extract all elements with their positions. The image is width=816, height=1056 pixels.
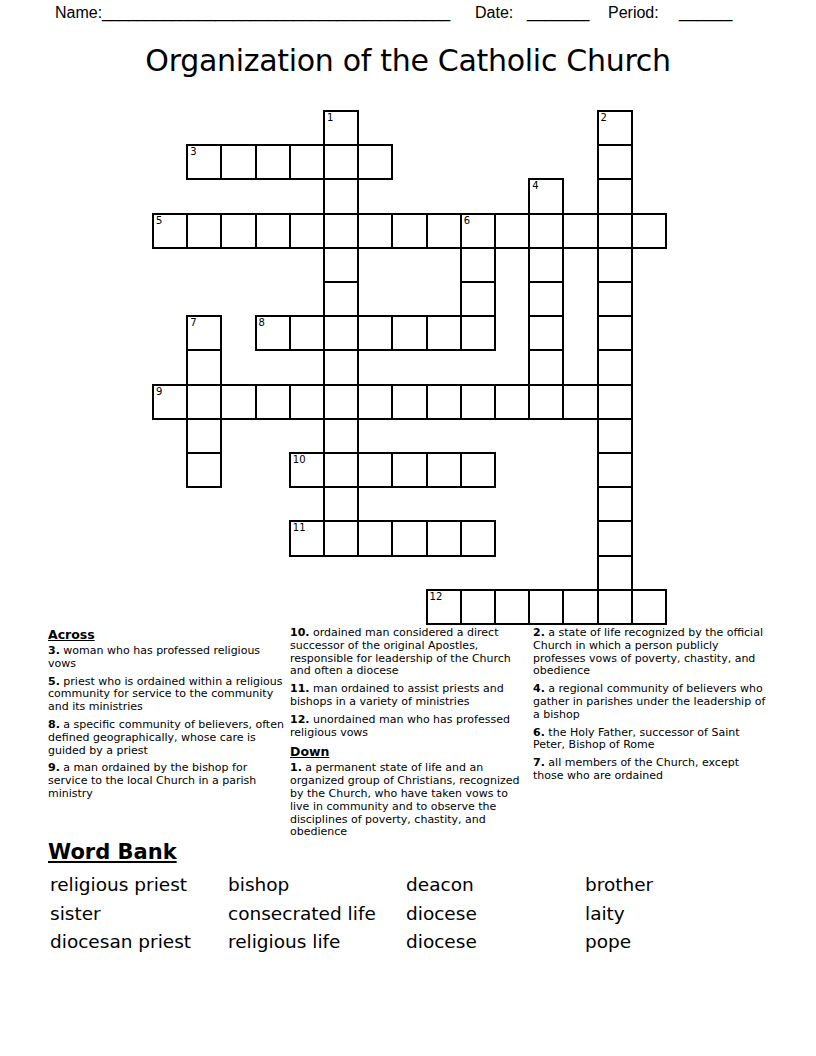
grid-cell[interactable]: [460, 384, 496, 420]
grid-cell[interactable]: [323, 520, 359, 556]
word-bank-items: religious priestbishopdeaconbrothersiste…: [48, 871, 788, 957]
grid-cell[interactable]: [597, 281, 633, 317]
period-label: Period:: [608, 3, 659, 23]
grid-cell[interactable]: 11: [289, 520, 325, 556]
grid-cell[interactable]: 4: [528, 178, 564, 214]
clue-text: a specific community of believers, often…: [48, 718, 284, 757]
clue-number-label: 4: [532, 180, 538, 191]
word-bank-item: bishop: [228, 871, 406, 900]
grid-cell[interactable]: [220, 213, 256, 249]
clue-number-label: 2: [601, 112, 607, 123]
grid-cell[interactable]: [323, 213, 359, 249]
grid-cell[interactable]: [597, 384, 633, 420]
clue-text: all members of the Church, except those …: [533, 756, 739, 782]
clue-item: 9. a man ordained by the bishop for serv…: [48, 762, 285, 800]
clue-item: 12. unordained man who has professed rel…: [290, 714, 523, 740]
word-bank-item: religious life: [228, 928, 406, 957]
grid-cell[interactable]: [391, 452, 427, 488]
grid-cell[interactable]: [528, 384, 564, 420]
clue-item: 5. priest who is ordained within a relig…: [48, 676, 285, 714]
grid-cell[interactable]: 6: [460, 213, 496, 249]
grid-cell[interactable]: [597, 486, 633, 522]
clue-number: 8.: [48, 718, 60, 731]
grid-cell[interactable]: 7: [186, 315, 222, 351]
clue-text: priest who is ordained within a religiou…: [48, 675, 282, 714]
word-bank-item: laity: [585, 900, 788, 929]
grid-cell[interactable]: [323, 452, 359, 488]
grid-cell[interactable]: [597, 247, 633, 283]
grid-cell[interactable]: [289, 315, 325, 351]
clue-item: 7. all members of the Church, except tho…: [533, 757, 772, 783]
clue-number: 5.: [48, 675, 60, 688]
grid-cell[interactable]: [426, 520, 462, 556]
grid-cell[interactable]: [357, 315, 393, 351]
clue-number: 1.: [290, 761, 302, 774]
grid-cell[interactable]: [220, 144, 256, 180]
grid-cell[interactable]: [597, 213, 633, 249]
name-label: Name:: [55, 3, 102, 23]
clue-number-label: 8: [259, 317, 265, 328]
grid-cell[interactable]: [323, 315, 359, 351]
grid-cell[interactable]: [528, 349, 564, 385]
grid-cell[interactable]: [186, 452, 222, 488]
clue-text: man ordained to assist priests and bisho…: [290, 682, 504, 708]
grid-cell[interactable]: 1: [323, 110, 359, 146]
grid-cell[interactable]: [562, 213, 598, 249]
grid-cell[interactable]: [357, 452, 393, 488]
grid-cell[interactable]: [562, 384, 598, 420]
grid-cell[interactable]: 3: [186, 144, 222, 180]
grid-cell[interactable]: [597, 178, 633, 214]
grid-cell[interactable]: [323, 144, 359, 180]
grid-cell[interactable]: [186, 418, 222, 454]
grid-cell[interactable]: [323, 384, 359, 420]
clue-number-label: 12: [430, 591, 443, 602]
clue-item: 1. a permanent state of life and an orga…: [290, 762, 523, 839]
clue-number-label: 9: [156, 386, 162, 397]
grid-cell[interactable]: [289, 384, 325, 420]
grid-cell[interactable]: [426, 384, 462, 420]
grid-cell[interactable]: [631, 213, 667, 249]
grid-cell[interactable]: [186, 349, 222, 385]
grid-cell[interactable]: [460, 589, 496, 625]
grid-cell[interactable]: [289, 144, 325, 180]
grid-cell[interactable]: [460, 247, 496, 283]
grid-cell[interactable]: [323, 178, 359, 214]
clue-item: 6. the Holy Father, successor of Saint P…: [533, 727, 772, 753]
clue-number-label: 3: [190, 146, 196, 157]
clue-column-1: Across3. woman who has professed religio…: [48, 627, 285, 844]
grid-cell[interactable]: [597, 418, 633, 454]
date-blank-line[interactable]: _______: [527, 3, 589, 23]
clue-number-label: 1: [327, 112, 333, 123]
clue-number: 11.: [290, 682, 310, 695]
grid-cell[interactable]: [255, 213, 291, 249]
clue-column-2: 10. ordained man considered a direct suc…: [290, 627, 523, 844]
grid-cell[interactable]: [323, 349, 359, 385]
grid-cell[interactable]: [323, 281, 359, 317]
clue-list: Across3. woman who has professed religio…: [48, 627, 772, 844]
grid-cell[interactable]: 10: [289, 452, 325, 488]
grid-cell[interactable]: [528, 281, 564, 317]
grid-cell[interactable]: 5: [152, 213, 188, 249]
grid-cell[interactable]: 2: [597, 110, 633, 146]
grid-cell[interactable]: [357, 384, 393, 420]
grid-cell[interactable]: [323, 486, 359, 522]
date-label: Date:: [475, 3, 513, 23]
grid-cell[interactable]: 12: [426, 589, 462, 625]
grid-cell[interactable]: [494, 213, 530, 249]
grid-cell[interactable]: [426, 452, 462, 488]
page-title: Organization of the Catholic Church: [0, 42, 816, 80]
grid-cell[interactable]: [255, 384, 291, 420]
grid-cell[interactable]: [255, 144, 291, 180]
grid-cell[interactable]: 8: [255, 315, 291, 351]
grid-cell[interactable]: [494, 589, 530, 625]
grid-cell[interactable]: [426, 213, 462, 249]
crossword-grid: 123456789101112: [152, 110, 666, 624]
grid-cell[interactable]: [323, 247, 359, 283]
clue-number: 7.: [533, 756, 545, 769]
across-heading: Across: [48, 627, 285, 642]
clue-text: unordained man who has professed religio…: [290, 713, 510, 739]
clue-text: the Holy Father, successor of Saint Pete…: [533, 726, 740, 752]
word-bank-item: sister: [50, 900, 228, 929]
name-blank-line[interactable]: ________________________________________: [102, 3, 450, 23]
grid-cell[interactable]: [597, 349, 633, 385]
grid-cell[interactable]: [460, 452, 496, 488]
period-blank-line[interactable]: ______: [679, 3, 732, 23]
crossword-worksheet: Name: __________________________________…: [0, 0, 816, 1056]
grid-cell[interactable]: [528, 213, 564, 249]
grid-cell[interactable]: 9: [152, 384, 188, 420]
word-bank-item: consecrated life: [228, 900, 406, 929]
grid-cell[interactable]: [460, 520, 496, 556]
word-bank-item: religious priest: [50, 871, 228, 900]
clue-item: 11. man ordained to assist priests and b…: [290, 683, 523, 709]
grid-cell[interactable]: [220, 384, 256, 420]
grid-cell[interactable]: [426, 315, 462, 351]
clue-number: 12.: [290, 713, 310, 726]
grid-cell[interactable]: [357, 520, 393, 556]
grid-cell[interactable]: [460, 281, 496, 317]
word-bank-item: brother: [585, 871, 788, 900]
grid-cell[interactable]: [391, 520, 427, 556]
clue-text: a state of life recognized by the offici…: [533, 626, 763, 677]
grid-cell[interactable]: [597, 144, 633, 180]
grid-cell[interactable]: [323, 418, 359, 454]
clue-number-label: 10: [293, 454, 306, 465]
grid-cell[interactable]: [289, 213, 325, 249]
grid-cell[interactable]: [597, 452, 633, 488]
word-bank-item: diocese: [406, 928, 585, 957]
grid-cell[interactable]: [562, 589, 598, 625]
grid-cell[interactable]: [597, 555, 633, 591]
word-bank-item: deacon: [406, 871, 585, 900]
grid-cell[interactable]: [391, 213, 427, 249]
clue-number-label: 11: [293, 522, 306, 533]
clue-number-label: 7: [190, 317, 196, 328]
clue-number: 6.: [533, 726, 545, 739]
grid-cell[interactable]: [597, 589, 633, 625]
grid-cell[interactable]: [357, 213, 393, 249]
word-bank: Word Bank religious priestbishopdeaconbr…: [48, 839, 788, 957]
grid-cell[interactable]: [528, 247, 564, 283]
word-bank-item: diocese: [406, 900, 585, 929]
clue-item: 3. woman who has professed religious vow…: [48, 645, 285, 671]
grid-cell[interactable]: [494, 384, 530, 420]
word-bank-heading: Word Bank: [48, 839, 788, 865]
clue-number: 4.: [533, 682, 545, 695]
clue-item: 8. a specific community of believers, of…: [48, 719, 285, 757]
clue-number: 9.: [48, 761, 60, 774]
grid-cell[interactable]: [186, 213, 222, 249]
down-heading: Down: [290, 744, 523, 759]
clue-item: 4. a regional community of believers who…: [533, 683, 772, 721]
grid-cell[interactable]: [597, 520, 633, 556]
clue-text: ordained man considered a direct success…: [290, 626, 511, 677]
clue-number: 2.: [533, 626, 545, 639]
clue-number: 10.: [290, 626, 310, 639]
grid-cell[interactable]: [528, 315, 564, 351]
grid-cell[interactable]: [631, 589, 667, 625]
clue-number-label: 5: [156, 215, 162, 226]
clue-text: a permanent state of life and an organiz…: [290, 761, 520, 838]
grid-cell[interactable]: [357, 144, 393, 180]
grid-cell[interactable]: [391, 315, 427, 351]
word-bank-item: diocesan priest: [50, 928, 228, 957]
clue-text: woman who has professed religious vows: [48, 644, 260, 670]
clue-text: a man ordained by the bishop for service…: [48, 761, 256, 800]
clue-number: 3.: [48, 644, 60, 657]
clue-item: 10. ordained man considered a direct suc…: [290, 627, 523, 678]
grid-cell[interactable]: [597, 315, 633, 351]
clue-column-3: 2. a state of life recognized by the off…: [533, 627, 772, 844]
clue-item: 2. a state of life recognized by the off…: [533, 627, 772, 678]
grid-cell[interactable]: [391, 384, 427, 420]
clue-text: a regional community of believers who ga…: [533, 682, 765, 721]
grid-cell[interactable]: [186, 384, 222, 420]
grid-cell[interactable]: [460, 315, 496, 351]
clue-number-label: 6: [464, 215, 470, 226]
grid-cell[interactable]: [528, 589, 564, 625]
word-bank-item: pope: [585, 928, 788, 957]
